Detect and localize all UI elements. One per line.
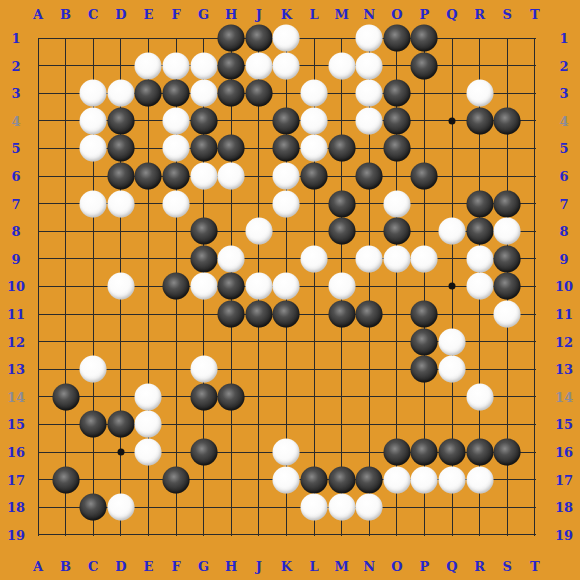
stone-white — [356, 25, 383, 52]
row-label-right: 14 — [555, 390, 573, 403]
stone-white — [439, 218, 466, 245]
stone-white — [80, 107, 107, 134]
stone-white — [273, 439, 300, 466]
row-label-left: 9 — [11, 252, 20, 265]
column-label-bottom: B — [60, 560, 71, 573]
stone-white — [163, 190, 190, 217]
stone-white — [439, 328, 466, 355]
go-board[interactable]: AABBCCDDEEFFGGHHJJKKLLMMNNOOPPQQRRSSTT11… — [0, 0, 580, 580]
stone-black — [439, 439, 466, 466]
stone-black — [190, 383, 217, 410]
column-label-bottom: R — [474, 560, 485, 573]
column-label-top: Q — [446, 8, 457, 21]
star-point — [449, 117, 456, 124]
row-label-left: 17 — [7, 473, 25, 486]
stone-black — [383, 218, 410, 245]
stone-black — [245, 25, 272, 52]
stone-white — [356, 52, 383, 79]
stone-white — [80, 135, 107, 162]
stone-black — [466, 107, 493, 134]
grid-line-vertical — [65, 38, 66, 536]
stone-white — [301, 245, 328, 272]
column-label-top: K — [281, 8, 292, 21]
column-label-top: O — [391, 8, 402, 21]
stone-white — [356, 80, 383, 107]
stone-white — [135, 439, 162, 466]
column-label-top: J — [256, 8, 262, 21]
stone-black — [411, 25, 438, 52]
stone-white — [356, 107, 383, 134]
stone-white — [190, 80, 217, 107]
row-label-right: 9 — [559, 252, 568, 265]
stone-black — [107, 163, 134, 190]
row-label-left: 8 — [11, 225, 20, 238]
stone-black — [356, 466, 383, 493]
stone-white — [273, 273, 300, 300]
stone-black — [383, 80, 410, 107]
stone-black — [163, 80, 190, 107]
stone-white — [190, 356, 217, 383]
stone-white — [301, 107, 328, 134]
row-label-left: 14 — [7, 390, 25, 403]
column-label-bottom: F — [171, 560, 180, 573]
stone-white — [494, 301, 521, 328]
stone-white — [411, 466, 438, 493]
row-label-right: 19 — [555, 528, 573, 541]
row-label-left: 3 — [11, 87, 20, 100]
stone-white — [301, 135, 328, 162]
stone-black — [383, 25, 410, 52]
stone-black — [356, 301, 383, 328]
stone-white — [107, 273, 134, 300]
column-label-bottom: C — [88, 560, 98, 573]
column-label-bottom: D — [115, 560, 126, 573]
stone-white — [190, 273, 217, 300]
stone-black — [163, 466, 190, 493]
stone-black — [301, 466, 328, 493]
stone-white — [328, 52, 355, 79]
row-label-right: 5 — [559, 142, 568, 155]
column-label-top: L — [309, 8, 318, 21]
row-label-left: 13 — [7, 363, 25, 376]
stone-white — [273, 466, 300, 493]
column-label-top: C — [88, 8, 98, 21]
row-label-left: 10 — [7, 280, 25, 293]
stone-black — [107, 411, 134, 438]
row-label-right: 10 — [555, 280, 573, 293]
stone-white — [328, 494, 355, 521]
stone-white — [273, 25, 300, 52]
stone-white — [190, 163, 217, 190]
stone-white — [163, 107, 190, 134]
stone-white — [163, 135, 190, 162]
column-label-top: E — [143, 8, 153, 21]
column-label-top: G — [198, 8, 209, 21]
stone-black — [245, 301, 272, 328]
stone-white — [466, 273, 493, 300]
stone-white — [466, 245, 493, 272]
column-label-bottom: P — [420, 560, 430, 573]
stone-black — [328, 135, 355, 162]
stone-black — [273, 107, 300, 134]
stone-black — [383, 107, 410, 134]
stone-black — [494, 273, 521, 300]
stone-black — [190, 107, 217, 134]
row-label-right: 16 — [555, 446, 573, 459]
row-label-left: 2 — [11, 59, 20, 72]
stone-black — [383, 439, 410, 466]
stone-white — [466, 80, 493, 107]
stone-black — [107, 107, 134, 134]
stone-black — [466, 190, 493, 217]
row-label-right: 8 — [559, 225, 568, 238]
column-label-top: T — [530, 8, 540, 21]
row-label-left: 15 — [7, 418, 25, 431]
column-label-top: D — [115, 8, 126, 21]
stone-black — [273, 301, 300, 328]
column-label-bottom: T — [530, 560, 540, 573]
row-label-right: 15 — [555, 418, 573, 431]
row-label-left: 19 — [7, 528, 25, 541]
stone-black — [411, 439, 438, 466]
grid-line-vertical — [534, 38, 535, 536]
stone-white — [383, 190, 410, 217]
grid-line-vertical — [38, 38, 39, 536]
row-label-right: 18 — [555, 501, 573, 514]
column-label-top: M — [334, 8, 348, 21]
stone-black — [218, 52, 245, 79]
column-label-bottom: M — [334, 560, 348, 573]
stone-white — [218, 163, 245, 190]
stone-white — [494, 218, 521, 245]
stone-black — [328, 190, 355, 217]
stone-white — [80, 190, 107, 217]
row-label-left: 16 — [7, 446, 25, 459]
stone-black — [411, 52, 438, 79]
stone-white — [80, 356, 107, 383]
stone-white — [245, 52, 272, 79]
stone-black — [218, 383, 245, 410]
column-label-top: S — [502, 8, 511, 21]
column-label-top: H — [225, 8, 237, 21]
stone-black — [218, 80, 245, 107]
column-label-bottom: O — [391, 560, 402, 573]
stone-black — [273, 135, 300, 162]
column-label-bottom: H — [225, 560, 237, 573]
stone-black — [107, 135, 134, 162]
column-label-bottom: J — [256, 560, 262, 573]
stone-white — [328, 273, 355, 300]
row-label-left: 6 — [11, 170, 20, 183]
stone-black — [328, 218, 355, 245]
stone-white — [356, 494, 383, 521]
row-label-right: 7 — [559, 197, 568, 210]
stone-white — [273, 163, 300, 190]
row-label-left: 5 — [11, 142, 20, 155]
stone-white — [135, 383, 162, 410]
stone-black — [80, 494, 107, 521]
column-label-top: R — [474, 8, 485, 21]
column-label-top: N — [363, 8, 375, 21]
stone-black — [218, 135, 245, 162]
row-label-right: 3 — [559, 87, 568, 100]
stone-white — [163, 52, 190, 79]
column-label-bottom: K — [281, 560, 292, 573]
stone-black — [328, 466, 355, 493]
stone-white — [466, 383, 493, 410]
stone-black — [494, 107, 521, 134]
stone-white — [466, 466, 493, 493]
row-label-right: 6 — [559, 170, 568, 183]
stone-black — [135, 80, 162, 107]
stone-white — [245, 218, 272, 245]
column-label-top: P — [420, 8, 430, 21]
column-label-top: B — [60, 8, 71, 21]
stone-black — [190, 218, 217, 245]
row-label-left: 11 — [7, 308, 25, 321]
row-label-right: 17 — [555, 473, 573, 486]
stone-white — [135, 411, 162, 438]
stone-white — [439, 466, 466, 493]
stone-black — [218, 273, 245, 300]
stone-white — [218, 245, 245, 272]
column-label-bottom: S — [502, 560, 511, 573]
row-label-right: 4 — [559, 114, 568, 127]
grid-line-horizontal — [38, 396, 536, 397]
stone-white — [301, 494, 328, 521]
row-label-right: 2 — [559, 59, 568, 72]
row-label-left: 4 — [11, 114, 20, 127]
stone-black — [135, 163, 162, 190]
stone-black — [494, 190, 521, 217]
stone-black — [411, 328, 438, 355]
column-label-bottom: A — [33, 560, 43, 573]
stone-black — [301, 163, 328, 190]
stone-white — [356, 245, 383, 272]
star-point — [449, 283, 456, 290]
row-label-left: 12 — [7, 335, 25, 348]
stone-black — [356, 163, 383, 190]
stone-black — [494, 439, 521, 466]
stone-white — [411, 245, 438, 272]
column-label-bottom: L — [309, 560, 318, 573]
stone-black — [218, 301, 245, 328]
stone-black — [411, 163, 438, 190]
stone-black — [190, 135, 217, 162]
stone-white — [273, 190, 300, 217]
stone-black — [80, 411, 107, 438]
stone-black — [328, 301, 355, 328]
stone-black — [466, 218, 493, 245]
stone-black — [245, 80, 272, 107]
stone-white — [383, 466, 410, 493]
stone-white — [80, 80, 107, 107]
stone-white — [301, 80, 328, 107]
stone-white — [107, 494, 134, 521]
row-label-right: 12 — [555, 335, 573, 348]
stone-black — [494, 245, 521, 272]
row-label-right: 1 — [559, 32, 568, 45]
row-label-left: 7 — [11, 197, 20, 210]
stone-black — [411, 301, 438, 328]
stone-black — [218, 25, 245, 52]
column-label-top: A — [33, 8, 43, 21]
stone-black — [466, 439, 493, 466]
stone-white — [190, 52, 217, 79]
stone-black — [190, 439, 217, 466]
row-label-right: 13 — [555, 363, 573, 376]
row-label-left: 1 — [11, 32, 20, 45]
column-label-bottom: G — [198, 560, 209, 573]
row-label-left: 18 — [7, 501, 25, 514]
stone-black — [190, 245, 217, 272]
column-label-bottom: E — [143, 560, 153, 573]
stone-white — [273, 52, 300, 79]
column-label-top: F — [171, 8, 180, 21]
stone-black — [163, 163, 190, 190]
grid-line-horizontal — [38, 534, 536, 535]
grid-line-horizontal — [38, 258, 536, 259]
row-label-right: 11 — [555, 308, 573, 321]
column-label-bottom: N — [363, 560, 375, 573]
stone-black — [52, 466, 79, 493]
stone-black — [52, 383, 79, 410]
stone-white — [135, 52, 162, 79]
stone-black — [411, 356, 438, 383]
stone-white — [383, 245, 410, 272]
stone-white — [245, 273, 272, 300]
column-label-bottom: Q — [446, 560, 457, 573]
stone-white — [107, 190, 134, 217]
stone-black — [383, 135, 410, 162]
stone-white — [107, 80, 134, 107]
stone-white — [439, 356, 466, 383]
star-point — [117, 449, 124, 456]
stone-black — [163, 273, 190, 300]
